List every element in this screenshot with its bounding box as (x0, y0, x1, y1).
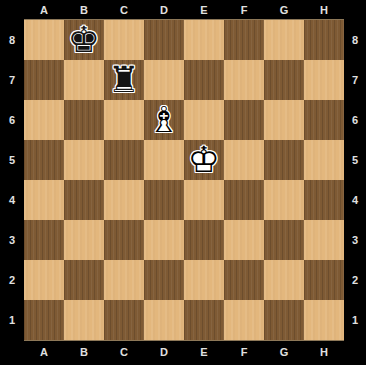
square-f8[interactable] (224, 20, 264, 60)
square-f1[interactable] (224, 300, 264, 340)
rank-label-right-5: 5 (344, 140, 366, 180)
square-e1[interactable] (184, 300, 224, 340)
square-d8[interactable] (144, 20, 184, 60)
piece-glyph: ♜ (104, 60, 144, 100)
square-h4[interactable] (304, 180, 344, 220)
square-f3[interactable] (224, 220, 264, 260)
square-f7[interactable] (224, 60, 264, 100)
rank-label-left-6: 6 (0, 100, 24, 140)
rank-label-right-2: 2 (344, 260, 366, 300)
square-b8[interactable]: ♚ (64, 20, 104, 60)
square-e6[interactable] (184, 100, 224, 140)
board-corner-top-left (0, 0, 24, 20)
board-corner-top-right (344, 0, 366, 20)
square-b4[interactable] (64, 180, 104, 220)
rank-label-right-6: 6 (344, 100, 366, 140)
square-d4[interactable] (144, 180, 184, 220)
square-a6[interactable] (24, 100, 64, 140)
square-b1[interactable] (64, 300, 104, 340)
rank-label-right-8: 8 (344, 20, 366, 60)
file-label-top-f: F (224, 0, 264, 20)
square-g8[interactable] (264, 20, 304, 60)
square-g6[interactable] (264, 100, 304, 140)
rank-label-right-1: 1 (344, 300, 366, 340)
file-label-bottom-g: G (264, 340, 304, 365)
square-c2[interactable] (104, 260, 144, 300)
square-h1[interactable] (304, 300, 344, 340)
square-d6[interactable]: ♝♗ (144, 100, 184, 140)
square-e4[interactable] (184, 180, 224, 220)
square-e7[interactable] (184, 60, 224, 100)
square-a4[interactable] (24, 180, 64, 220)
square-b6[interactable] (64, 100, 104, 140)
square-f2[interactable] (224, 260, 264, 300)
file-label-bottom-e: E (184, 340, 224, 365)
piece-outline-layer: ♔ (184, 140, 224, 180)
square-e2[interactable] (184, 260, 224, 300)
square-d3[interactable] (144, 220, 184, 260)
file-label-bottom-c: C (104, 340, 144, 365)
rank-label-right-3: 3 (344, 220, 366, 260)
square-c3[interactable] (104, 220, 144, 260)
square-g1[interactable] (264, 300, 304, 340)
square-f6[interactable] (224, 100, 264, 140)
file-label-bottom-f: F (224, 340, 264, 365)
piece-outline-layer: ♗ (144, 100, 184, 140)
square-b3[interactable] (64, 220, 104, 260)
piece-black-king[interactable]: ♚ (64, 20, 104, 60)
square-c7[interactable]: ♜ (104, 60, 144, 100)
square-d2[interactable] (144, 260, 184, 300)
square-c4[interactable] (104, 180, 144, 220)
square-b2[interactable] (64, 260, 104, 300)
square-f5[interactable] (224, 140, 264, 180)
square-a8[interactable] (24, 20, 64, 60)
square-f4[interactable] (224, 180, 264, 220)
board-corner-bottom-left (0, 340, 24, 365)
square-g7[interactable] (264, 60, 304, 100)
square-d5[interactable] (144, 140, 184, 180)
rank-label-left-3: 3 (0, 220, 24, 260)
square-a7[interactable] (24, 60, 64, 100)
file-label-top-e: E (184, 0, 224, 20)
square-h5[interactable] (304, 140, 344, 180)
square-c8[interactable] (104, 20, 144, 60)
file-label-top-d: D (144, 0, 184, 20)
square-g3[interactable] (264, 220, 304, 260)
rank-label-right-7: 7 (344, 60, 366, 100)
square-g5[interactable] (264, 140, 304, 180)
piece-glyph: ♚ (64, 20, 104, 60)
square-b5[interactable] (64, 140, 104, 180)
file-label-top-c: C (104, 0, 144, 20)
square-d1[interactable] (144, 300, 184, 340)
rank-label-right-4: 4 (344, 180, 366, 220)
square-g2[interactable] (264, 260, 304, 300)
piece-white-bishop[interactable]: ♝♗ (144, 100, 184, 140)
rank-label-left-4: 4 (0, 180, 24, 220)
rank-label-left-8: 8 (0, 20, 24, 60)
square-h2[interactable] (304, 260, 344, 300)
file-label-bottom-b: B (64, 340, 104, 365)
square-h3[interactable] (304, 220, 344, 260)
rank-label-left-5: 5 (0, 140, 24, 180)
square-g4[interactable] (264, 180, 304, 220)
square-c1[interactable] (104, 300, 144, 340)
file-label-top-h: H (304, 0, 344, 20)
file-label-top-a: A (24, 0, 64, 20)
file-label-bottom-a: A (24, 340, 64, 365)
square-a3[interactable] (24, 220, 64, 260)
file-label-top-b: B (64, 0, 104, 20)
square-a5[interactable] (24, 140, 64, 180)
chessboard: ABCDEFGH8♚87♜76♝♗65♚♔544332211ABCDEFGH (0, 0, 366, 365)
square-a2[interactable] (24, 260, 64, 300)
square-e3[interactable] (184, 220, 224, 260)
board-corner-bottom-right (344, 340, 366, 365)
square-e5[interactable]: ♚♔ (184, 140, 224, 180)
piece-white-king[interactable]: ♚♔ (184, 140, 224, 180)
square-a1[interactable] (24, 300, 64, 340)
square-e8[interactable] (184, 20, 224, 60)
file-label-top-g: G (264, 0, 304, 20)
square-h8[interactable] (304, 20, 344, 60)
square-c6[interactable] (104, 100, 144, 140)
square-d7[interactable] (144, 60, 184, 100)
piece-black-rook[interactable]: ♜ (104, 60, 144, 100)
rank-label-left-7: 7 (0, 60, 24, 100)
square-c5[interactable] (104, 140, 144, 180)
file-label-bottom-h: H (304, 340, 344, 365)
file-label-bottom-d: D (144, 340, 184, 365)
rank-label-left-2: 2 (0, 260, 24, 300)
square-b7[interactable] (64, 60, 104, 100)
rank-label-left-1: 1 (0, 300, 24, 340)
square-h7[interactable] (304, 60, 344, 100)
square-h6[interactable] (304, 100, 344, 140)
